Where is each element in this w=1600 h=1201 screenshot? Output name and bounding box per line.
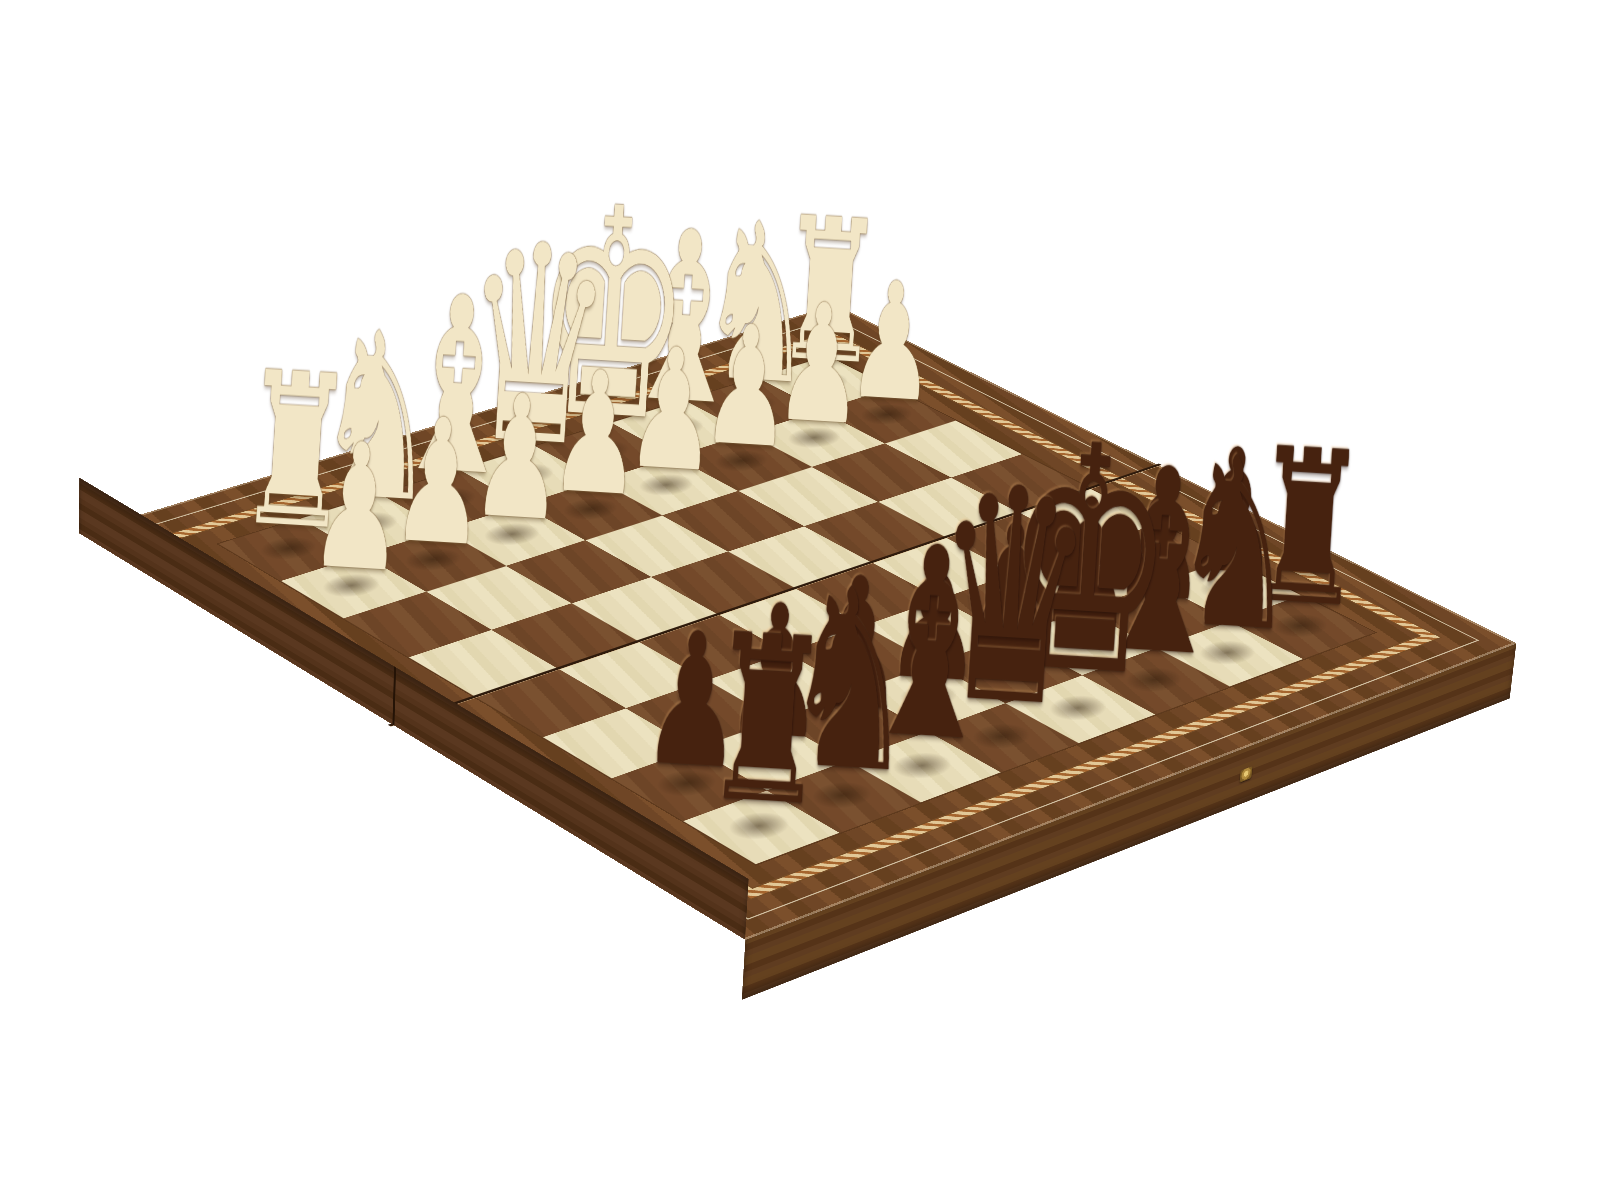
fold-seam-side bbox=[392, 666, 396, 725]
camera-roll: ♜♞♝♛♚♝♞♜♟♟♟♟♟♟♟♟♟♟♟♟♟♟♟♟♜♞♝♛♚♝♞♜ bbox=[0, 0, 1600, 1201]
photo-stage: ♜♞♝♛♚♝♞♜♟♟♟♟♟♟♟♟♟♟♟♟♟♟♟♟♜♞♝♛♚♝♞♜ bbox=[0, 0, 1600, 1201]
chess-board: ♜♞♝♛♚♝♞♜♟♟♟♟♟♟♟♟♟♟♟♟♟♟♟♟♜♞♝♛♚♝♞♜ bbox=[79, 305, 1517, 940]
pawn-glyph: ♟ bbox=[306, 418, 410, 597]
rook-glyph: ♜ bbox=[699, 603, 836, 840]
brass-clasp bbox=[1240, 766, 1253, 783]
